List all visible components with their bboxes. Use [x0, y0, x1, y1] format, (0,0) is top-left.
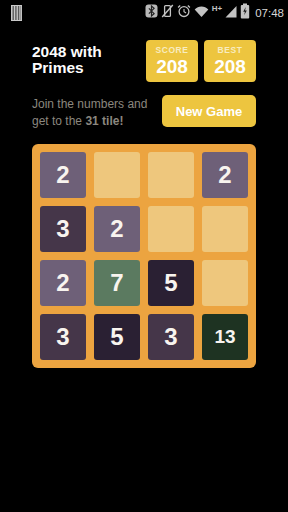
score-label: SCORE — [155, 45, 188, 55]
best-value: 208 — [214, 56, 246, 78]
empty-cell — [202, 206, 248, 252]
empty-cell — [94, 152, 140, 198]
goal-text: Join the numbers andget to the 31 tile! — [32, 96, 172, 130]
goal-tile-text: 31 tile! — [85, 114, 123, 128]
score-boxes: SCORE 208 BEST 208 — [146, 40, 256, 82]
vibrate-off-icon — [161, 4, 174, 22]
status-icons: H+ 07:48 — [145, 0, 284, 26]
tile-5: 5 — [148, 260, 194, 306]
bluetooth-icon — [145, 4, 158, 22]
battery-charging-icon — [240, 3, 250, 23]
network-type-label: H+ — [212, 4, 222, 13]
new-game-button[interactable]: New Game — [162, 95, 256, 127]
tile-2: 2 — [94, 206, 140, 252]
phone-screen: H+ 07:48 2048 withPrimes SCORE 208 — [0, 0, 288, 512]
app-title-line2: Primes — [32, 59, 84, 76]
tile-2: 2 — [202, 152, 248, 198]
tile-3: 3 — [148, 314, 194, 360]
best-box: BEST 208 — [204, 40, 256, 82]
status-bar: H+ 07:48 — [0, 0, 288, 26]
wifi-icon — [194, 4, 209, 22]
tile-3: 3 — [40, 206, 86, 252]
barcode-notification-icon — [11, 5, 22, 25]
app-title: 2048 withPrimes — [32, 44, 102, 75]
tile-13: 13 — [202, 314, 248, 360]
empty-cell — [202, 260, 248, 306]
game-board[interactable]: 223227535313 — [32, 144, 256, 368]
empty-cell — [148, 152, 194, 198]
signal-strength-icon — [225, 4, 237, 22]
score-box: SCORE 208 — [146, 40, 198, 82]
alarm-clock-icon — [177, 4, 191, 22]
best-label: BEST — [217, 45, 242, 55]
tile-2: 2 — [40, 260, 86, 306]
goal-text-line1: Join the numbers and — [32, 97, 147, 111]
tile-7: 7 — [94, 260, 140, 306]
tile-3: 3 — [40, 314, 86, 360]
tile-2: 2 — [40, 152, 86, 198]
score-value: 208 — [156, 56, 188, 78]
empty-cell — [148, 206, 194, 252]
tile-5: 5 — [94, 314, 140, 360]
clock-time: 07:48 — [255, 7, 284, 19]
goal-text-line2: get to the — [32, 114, 85, 128]
navigation-bar — [0, 464, 288, 512]
app-title-line1: 2048 with — [32, 43, 102, 60]
